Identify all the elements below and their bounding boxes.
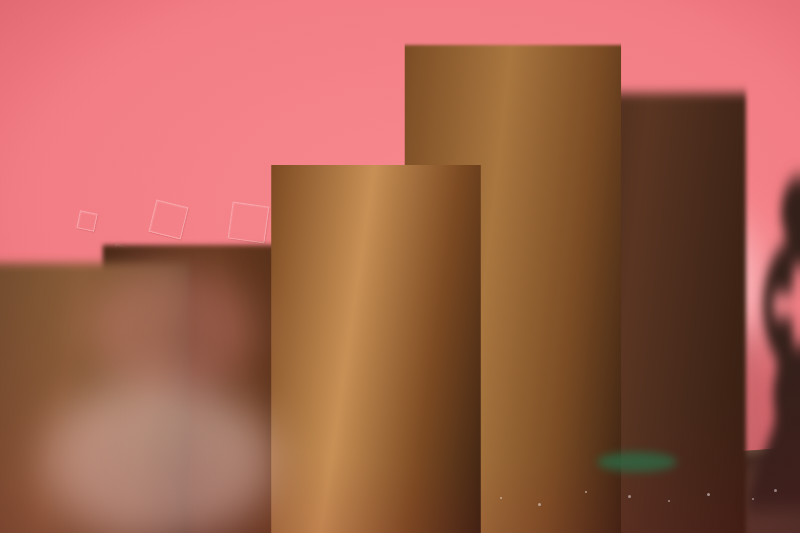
dust-speck bbox=[668, 500, 670, 502]
bishop-in-focus-piece: ♝ bbox=[271, 165, 481, 533]
chess-photo-stage: ♟♜♞♟♝♟♚♛♝ bbox=[0, 0, 800, 533]
dust-speck bbox=[707, 493, 710, 496]
watermark-square bbox=[76, 210, 97, 231]
dust-speck bbox=[774, 489, 777, 492]
dust-speck bbox=[500, 497, 502, 499]
dust-speck bbox=[752, 498, 754, 500]
dust-speck bbox=[538, 503, 541, 506]
dust-speck bbox=[628, 495, 631, 498]
rook-piece: ♜ bbox=[0, 263, 189, 533]
dust-speck bbox=[585, 491, 587, 493]
bishop-right-edge-piece: ♝ bbox=[694, 124, 800, 533]
